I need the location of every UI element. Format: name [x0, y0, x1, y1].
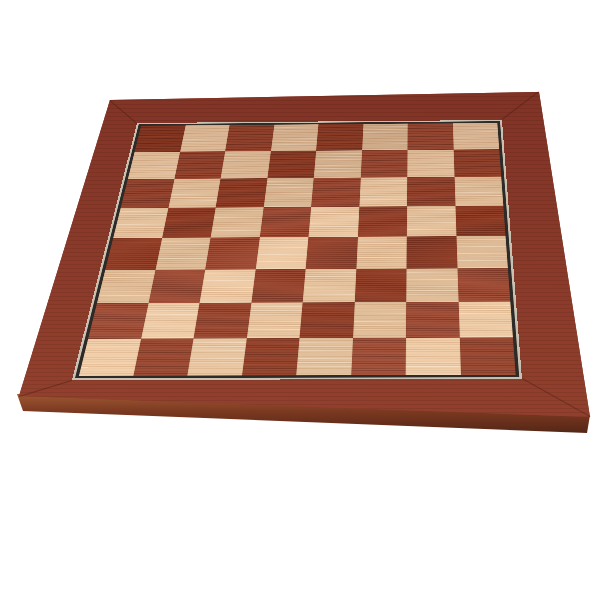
square-e2	[299, 302, 354, 338]
square-g1	[406, 337, 461, 375]
square-b3	[148, 269, 205, 303]
square-h7	[453, 149, 501, 177]
square-e1	[296, 338, 352, 376]
square-b1	[133, 338, 194, 375]
square-f8	[362, 124, 408, 151]
square-h6	[454, 177, 503, 206]
square-c3	[200, 269, 256, 303]
square-h4	[456, 236, 508, 268]
square-g3	[406, 268, 458, 302]
square-a1	[79, 338, 141, 375]
square-d3	[251, 269, 306, 303]
square-c1	[187, 338, 246, 376]
square-b2	[141, 303, 200, 339]
square-c2	[194, 303, 251, 339]
square-d7	[267, 150, 316, 178]
square-g8	[407, 123, 453, 150]
square-e5	[308, 206, 359, 237]
square-g5	[407, 206, 456, 237]
square-d5	[259, 207, 311, 238]
square-b8	[180, 125, 230, 151]
square-a4	[105, 238, 162, 270]
square-b4	[155, 238, 210, 270]
square-a5	[113, 208, 168, 238]
square-g4	[407, 236, 458, 268]
square-f4	[356, 236, 407, 268]
square-d8	[271, 124, 319, 151]
square-c8	[225, 125, 274, 152]
square-h3	[457, 268, 510, 302]
inlay-line-black	[75, 121, 519, 378]
square-f5	[358, 206, 407, 237]
chess-board	[72, 120, 522, 380]
square-h2	[458, 302, 513, 338]
square-d4	[255, 237, 308, 269]
square-f3	[354, 268, 406, 302]
square-a2	[88, 303, 148, 338]
board-photo	[0, 0, 600, 600]
square-d2	[246, 302, 302, 338]
square-e6	[311, 178, 360, 207]
square-f7	[360, 150, 407, 178]
square-g7	[407, 149, 454, 177]
square-f6	[359, 177, 407, 206]
square-d1	[242, 338, 300, 376]
square-h1	[459, 337, 515, 375]
square-c5	[211, 207, 264, 238]
square-b6	[168, 179, 220, 208]
square-e8	[316, 124, 363, 151]
square-g6	[407, 177, 455, 206]
square-a7	[128, 151, 180, 179]
board-squares	[79, 123, 516, 376]
square-a6	[121, 179, 174, 208]
square-h5	[455, 206, 505, 237]
square-c6	[216, 178, 267, 207]
square-b5	[162, 207, 216, 237]
square-f2	[353, 302, 407, 338]
square-h8	[452, 123, 499, 150]
square-a8	[135, 125, 186, 151]
square-c4	[205, 237, 259, 269]
square-g2	[406, 302, 459, 338]
square-c7	[221, 151, 271, 179]
square-d6	[263, 178, 313, 207]
square-e3	[303, 269, 356, 303]
square-b7	[174, 151, 225, 179]
square-e7	[314, 150, 362, 178]
square-a3	[97, 270, 155, 304]
square-f1	[351, 338, 406, 376]
square-e4	[306, 237, 358, 269]
